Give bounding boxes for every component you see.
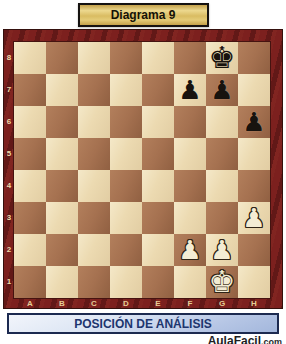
rank-label-4: 4 xyxy=(4,170,14,202)
file-label-d: D xyxy=(110,298,142,310)
square-e4 xyxy=(142,170,174,202)
square-f2: ♟ xyxy=(174,234,206,266)
chess-board: ♚♟♟♟♟♟♟♚ 87654321ABCDEFGH xyxy=(3,29,283,309)
piece-black-pawn: ♟ xyxy=(206,74,238,106)
piece-black-pawn: ♟ xyxy=(174,74,206,106)
square-e2 xyxy=(142,234,174,266)
square-f8 xyxy=(174,42,206,74)
square-d5 xyxy=(110,138,142,170)
square-a2 xyxy=(14,234,46,266)
square-b4 xyxy=(46,170,78,202)
file-label-c: C xyxy=(78,298,110,310)
square-g5 xyxy=(206,138,238,170)
square-a5 xyxy=(14,138,46,170)
brand-name: AulaFacil xyxy=(208,334,261,344)
square-g4 xyxy=(206,170,238,202)
square-b6 xyxy=(46,106,78,138)
square-c7 xyxy=(78,74,110,106)
square-f3 xyxy=(174,202,206,234)
square-h5 xyxy=(238,138,270,170)
brand-watermark: AulaFacil.com xyxy=(0,334,286,344)
square-c5 xyxy=(78,138,110,170)
square-e5 xyxy=(142,138,174,170)
square-b5 xyxy=(46,138,78,170)
square-e3 xyxy=(142,202,174,234)
square-h1 xyxy=(238,266,270,298)
board-squares: ♚♟♟♟♟♟♟♚ xyxy=(14,42,270,298)
square-h8 xyxy=(238,42,270,74)
piece-white-pawn: ♟ xyxy=(174,234,206,266)
square-h2 xyxy=(238,234,270,266)
square-a1 xyxy=(14,266,46,298)
piece-white-pawn: ♟ xyxy=(206,234,238,266)
file-label-h: H xyxy=(238,298,270,310)
rank-label-8: 8 xyxy=(4,42,14,74)
square-d1 xyxy=(110,266,142,298)
square-g1: ♚ xyxy=(206,266,238,298)
square-a7 xyxy=(14,74,46,106)
square-g3 xyxy=(206,202,238,234)
square-b1 xyxy=(46,266,78,298)
square-h6: ♟ xyxy=(238,106,270,138)
square-f6 xyxy=(174,106,206,138)
square-f7: ♟ xyxy=(174,74,206,106)
piece-black-pawn: ♟ xyxy=(238,106,270,138)
piece-white-pawn: ♟ xyxy=(238,202,270,234)
rank-label-2: 2 xyxy=(4,234,14,266)
square-h7 xyxy=(238,74,270,106)
square-b2 xyxy=(46,234,78,266)
piece-white-king: ♚ xyxy=(206,266,238,298)
caption-banner: POSICIÓN DE ANÁLISIS xyxy=(7,313,279,334)
rank-label-7: 7 xyxy=(4,74,14,106)
rank-label-6: 6 xyxy=(4,106,14,138)
square-a8 xyxy=(14,42,46,74)
square-c4 xyxy=(78,170,110,202)
file-label-g: G xyxy=(206,298,238,310)
square-g6 xyxy=(206,106,238,138)
square-b8 xyxy=(46,42,78,74)
square-a6 xyxy=(14,106,46,138)
rank-label-3: 3 xyxy=(4,202,14,234)
file-label-f: F xyxy=(174,298,206,310)
square-f5 xyxy=(174,138,206,170)
square-d3 xyxy=(110,202,142,234)
caption-text: POSICIÓN DE ANÁLISIS xyxy=(74,317,212,331)
square-a3 xyxy=(14,202,46,234)
square-h4 xyxy=(238,170,270,202)
file-label-b: B xyxy=(46,298,78,310)
square-c8 xyxy=(78,42,110,74)
square-e1 xyxy=(142,266,174,298)
piece-black-king: ♚ xyxy=(206,42,238,74)
file-label-a: A xyxy=(14,298,46,310)
square-c6 xyxy=(78,106,110,138)
square-e8 xyxy=(142,42,174,74)
square-c1 xyxy=(78,266,110,298)
rank-label-5: 5 xyxy=(4,138,14,170)
rank-label-1: 1 xyxy=(4,266,14,298)
square-f1 xyxy=(174,266,206,298)
square-d4 xyxy=(110,170,142,202)
square-b3 xyxy=(46,202,78,234)
square-g2: ♟ xyxy=(206,234,238,266)
square-d6 xyxy=(110,106,142,138)
diagram-title: Diagrama 9 xyxy=(111,8,176,22)
square-a4 xyxy=(14,170,46,202)
square-c3 xyxy=(78,202,110,234)
square-e6 xyxy=(142,106,174,138)
square-g8: ♚ xyxy=(206,42,238,74)
square-d2 xyxy=(110,234,142,266)
square-e7 xyxy=(142,74,174,106)
square-d7 xyxy=(110,74,142,106)
square-c2 xyxy=(78,234,110,266)
square-g7: ♟ xyxy=(206,74,238,106)
diagram-title-plate: Diagrama 9 xyxy=(78,3,209,27)
square-h3: ♟ xyxy=(238,202,270,234)
file-label-e: E xyxy=(142,298,174,310)
brand-suffix: .com xyxy=(261,337,282,344)
square-b7 xyxy=(46,74,78,106)
square-d8 xyxy=(110,42,142,74)
square-f4 xyxy=(174,170,206,202)
